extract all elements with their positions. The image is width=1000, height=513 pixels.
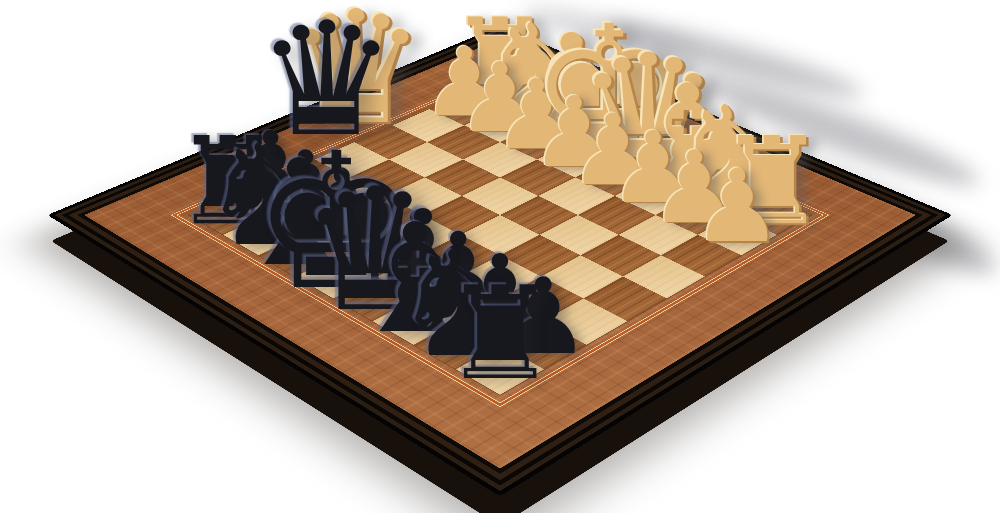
- piece-black-rook-a8[interactable]: ♜: [442, 270, 557, 399]
- product-photo-stage: ♜♞♝♛♚♝♞♜♟♟♟♟♟♟♟♟♟♟♟♟♟♟♟♟♜♞♝♛♚♝♞♜♛♛: [0, 0, 1000, 513]
- piece-white-pawn-a2[interactable]: ♟: [692, 157, 782, 258]
